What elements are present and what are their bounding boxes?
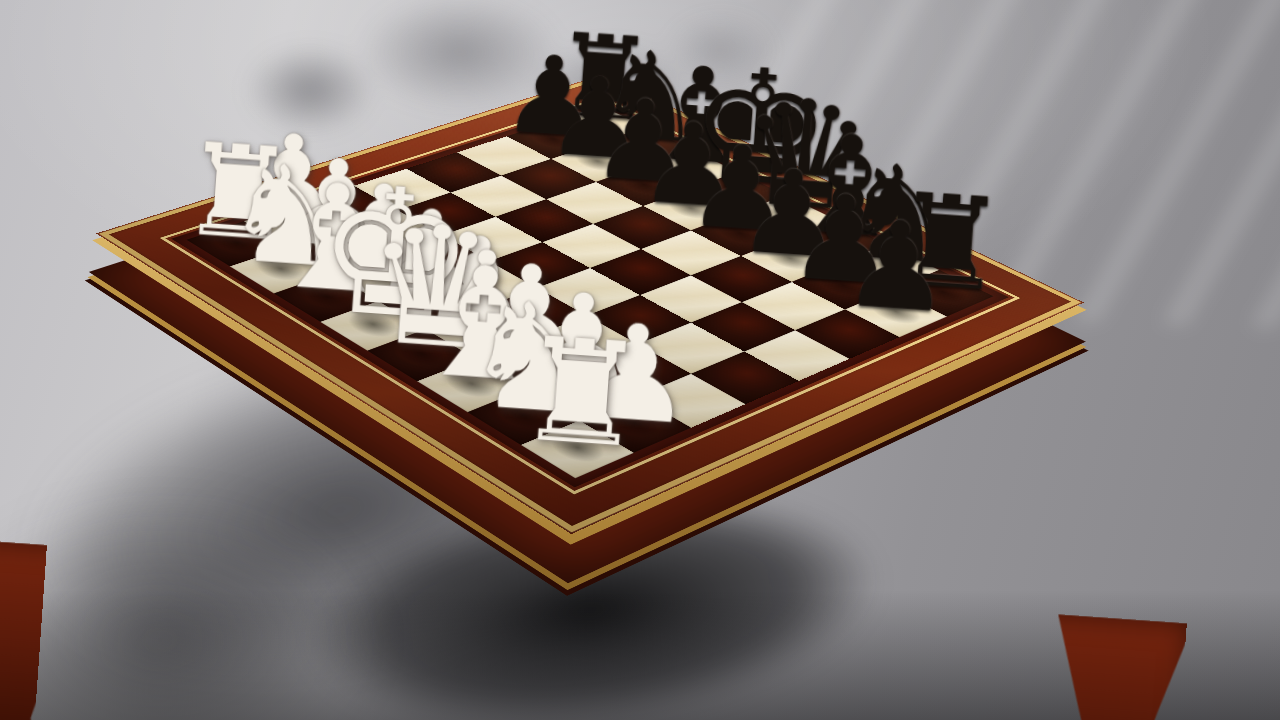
white-rook-a1[interactable]: ♜	[512, 321, 602, 462]
black-pawn-a7[interactable]: ♟	[839, 204, 920, 324]
